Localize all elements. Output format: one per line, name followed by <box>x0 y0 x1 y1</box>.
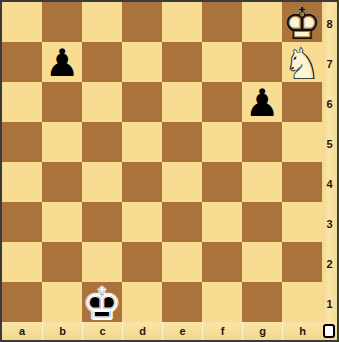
square-c6[interactable] <box>82 82 122 122</box>
square-a7[interactable] <box>2 42 42 82</box>
square-h1[interactable] <box>282 282 322 322</box>
square-a2[interactable] <box>2 242 42 282</box>
black-pawn-glyph: ♟ <box>42 43 82 83</box>
rank-label-8: 8 <box>322 4 337 44</box>
file-label-g: g <box>242 322 282 340</box>
square-b8[interactable] <box>42 2 82 42</box>
black-pawn-glyph: ♟ <box>242 83 282 123</box>
square-h2[interactable] <box>282 242 322 282</box>
corner-cell <box>322 322 337 340</box>
square-c3[interactable] <box>82 202 122 242</box>
file-label-d: d <box>122 322 162 340</box>
square-e6[interactable] <box>162 82 202 122</box>
square-g5[interactable] <box>242 122 282 162</box>
square-a3[interactable] <box>2 202 42 242</box>
square-d1[interactable] <box>122 282 162 322</box>
square-e1[interactable] <box>162 282 202 322</box>
square-d2[interactable] <box>122 242 162 282</box>
square-c8[interactable] <box>82 2 122 42</box>
square-e5[interactable] <box>162 122 202 162</box>
square-g6[interactable]: ♟ <box>242 82 282 122</box>
square-f8[interactable] <box>202 2 242 42</box>
square-a4[interactable] <box>2 162 42 202</box>
square-d3[interactable] <box>122 202 162 242</box>
rank-label-6: 6 <box>322 84 337 124</box>
white-knight-glyph: ♞ <box>282 43 322 83</box>
square-g4[interactable] <box>242 162 282 202</box>
file-label-a: a <box>2 322 42 340</box>
square-h8[interactable]: ♚♔ <box>282 2 322 42</box>
square-b3[interactable] <box>42 202 82 242</box>
square-f3[interactable] <box>202 202 242 242</box>
file-coordinates: abcdefgh <box>2 322 337 340</box>
square-a8[interactable] <box>2 2 42 42</box>
square-d5[interactable] <box>122 122 162 162</box>
square-e8[interactable] <box>162 2 202 42</box>
square-h6[interactable] <box>282 82 322 122</box>
square-b1[interactable] <box>42 282 82 322</box>
square-d8[interactable] <box>122 2 162 42</box>
square-c1[interactable]: ♚♔ <box>82 282 122 322</box>
square-b4[interactable] <box>42 162 82 202</box>
square-b2[interactable] <box>42 242 82 282</box>
file-label-f: f <box>202 322 242 340</box>
square-d4[interactable] <box>122 162 162 202</box>
square-a6[interactable] <box>2 82 42 122</box>
square-f4[interactable] <box>202 162 242 202</box>
rank-coordinates: 87654321 <box>322 2 337 322</box>
white-king[interactable]: ♚♔ <box>282 2 322 42</box>
square-g8[interactable] <box>242 2 282 42</box>
white-to-move-indicator <box>323 324 335 338</box>
black-king[interactable]: ♚♔ <box>82 282 122 322</box>
square-c4[interactable] <box>82 162 122 202</box>
square-g1[interactable] <box>242 282 282 322</box>
square-a5[interactable] <box>2 122 42 162</box>
square-c5[interactable] <box>82 122 122 162</box>
square-b6[interactable] <box>42 82 82 122</box>
square-h4[interactable] <box>282 162 322 202</box>
square-g3[interactable] <box>242 202 282 242</box>
square-c7[interactable] <box>82 42 122 82</box>
file-label-h: h <box>282 322 322 340</box>
square-f6[interactable] <box>202 82 242 122</box>
square-e2[interactable] <box>162 242 202 282</box>
square-b5[interactable] <box>42 122 82 162</box>
rank-label-7: 7 <box>322 44 337 84</box>
square-h3[interactable] <box>282 202 322 242</box>
chess-diagram: ♚♔♟♞♘♟♚♔ 87654321 abcdefgh <box>0 0 339 342</box>
square-e7[interactable] <box>162 42 202 82</box>
white-king-glyph: ♚ <box>282 3 322 43</box>
black-pawn[interactable]: ♟ <box>42 42 82 82</box>
square-c2[interactable] <box>82 242 122 282</box>
file-label-b: b <box>42 322 82 340</box>
square-g7[interactable] <box>242 42 282 82</box>
square-e4[interactable] <box>162 162 202 202</box>
square-a1[interactable] <box>2 282 42 322</box>
square-h5[interactable] <box>282 122 322 162</box>
square-h7[interactable]: ♞♘ <box>282 42 322 82</box>
file-label-c: c <box>82 322 122 340</box>
black-king-glyph: ♔ <box>82 283 122 323</box>
rank-label-2: 2 <box>322 244 337 284</box>
rank-label-5: 5 <box>322 124 337 164</box>
square-f2[interactable] <box>202 242 242 282</box>
black-king-glyph: ♚ <box>82 283 122 323</box>
square-f5[interactable] <box>202 122 242 162</box>
white-knight[interactable]: ♞♘ <box>282 42 322 82</box>
square-g2[interactable] <box>242 242 282 282</box>
square-d6[interactable] <box>122 82 162 122</box>
chess-board: ♚♔♟♞♘♟♚♔ <box>2 2 322 322</box>
square-f1[interactable] <box>202 282 242 322</box>
square-e3[interactable] <box>162 202 202 242</box>
square-d7[interactable] <box>122 42 162 82</box>
file-label-e: e <box>162 322 202 340</box>
square-b7[interactable]: ♟ <box>42 42 82 82</box>
white-king-glyph: ♔ <box>282 3 322 43</box>
black-pawn[interactable]: ♟ <box>242 82 282 122</box>
rank-label-3: 3 <box>322 204 337 244</box>
square-f7[interactable] <box>202 42 242 82</box>
rank-label-1: 1 <box>322 284 337 324</box>
white-knight-glyph: ♘ <box>282 43 322 83</box>
rank-label-4: 4 <box>322 164 337 204</box>
